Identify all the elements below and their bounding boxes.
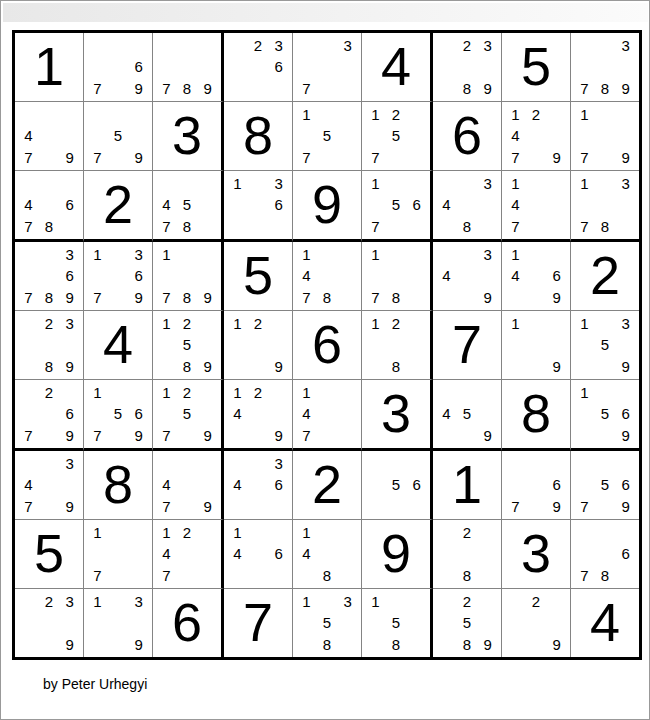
candidate-digit: 1 xyxy=(365,173,386,194)
candidate-digit: 4 xyxy=(296,265,317,286)
candidate-digit: 6 xyxy=(128,403,149,424)
cell-r9c3[interactable]: 6 xyxy=(153,589,224,657)
candidate-digit: 9 xyxy=(128,78,149,99)
cell-r3c3[interactable]: 4578 xyxy=(153,171,224,242)
candidate-digit: 6 xyxy=(59,403,80,424)
cell-r5c9[interactable]: 1359 xyxy=(571,311,639,380)
candidate-digit: 4 xyxy=(296,403,317,424)
candidate-digit: 6 xyxy=(59,194,80,215)
candidate-digit: 2 xyxy=(386,313,407,334)
candidate-digit: 8 xyxy=(595,565,616,586)
candidate-grid: 147 xyxy=(293,380,361,448)
candidate-digit: 8 xyxy=(386,634,407,655)
candidate-digit: 4 xyxy=(227,403,248,424)
candidate-grid: 56 xyxy=(362,451,430,519)
candidate-digit: 5 xyxy=(108,403,129,424)
solved-digit: 3 xyxy=(172,108,202,162)
candidate-digit: 9 xyxy=(197,425,218,446)
candidate-digit: 1 xyxy=(505,244,526,265)
candidate-digit: 8 xyxy=(386,356,407,377)
cell-r1c5[interactable]: 37 xyxy=(293,33,362,102)
cell-r8c6[interactable]: 9 xyxy=(362,520,433,589)
cell-r4c3[interactable]: 1789 xyxy=(153,242,224,311)
solved-digit: 8 xyxy=(103,457,133,511)
candidate-digit: 7 xyxy=(87,147,108,168)
candidate-digit: 8 xyxy=(457,78,478,99)
cell-r5c7[interactable]: 7 xyxy=(433,311,502,380)
candidate-digit: 3 xyxy=(268,173,289,194)
candidate-digit: 4 xyxy=(436,403,457,424)
candidate-grid: 12579 xyxy=(153,380,221,448)
cell-r7c9[interactable]: 5679 xyxy=(571,451,639,520)
cell-r1c6[interactable]: 4 xyxy=(362,33,433,102)
candidate-grid: 239 xyxy=(15,589,83,657)
candidate-digit: 7 xyxy=(18,287,39,308)
candidate-digit: 6 xyxy=(546,265,567,286)
candidate-digit: 8 xyxy=(595,78,616,99)
cell-r4c2[interactable]: 13679 xyxy=(84,242,153,311)
candidate-digit: 9 xyxy=(268,356,289,377)
candidate-digit: 9 xyxy=(197,78,218,99)
candidate-digit: 7 xyxy=(156,287,177,308)
cell-r8c5[interactable]: 148 xyxy=(293,520,362,589)
candidate-grid: 479 xyxy=(153,451,221,519)
candidate-digit: 5 xyxy=(386,474,407,495)
cell-r3c9[interactable]: 1378 xyxy=(571,171,639,242)
candidate-digit: 6 xyxy=(268,194,289,215)
candidate-digit: 7 xyxy=(18,216,39,237)
cell-r5c4[interactable]: 129 xyxy=(224,311,293,380)
candidate-digit: 8 xyxy=(595,216,616,237)
solved-digit: 4 xyxy=(103,317,133,371)
author-credit: by Peter Urhegyi xyxy=(43,676,147,692)
candidate-digit: 3 xyxy=(128,244,149,265)
cell-r6c3[interactable]: 12579 xyxy=(153,380,224,451)
candidate-digit: 4 xyxy=(227,543,248,564)
candidate-digit: 3 xyxy=(337,591,358,612)
candidate-grid: 17 xyxy=(84,520,152,588)
candidate-digit: 4 xyxy=(156,194,177,215)
candidate-digit: 7 xyxy=(18,425,39,446)
cell-r3c7[interactable]: 348 xyxy=(433,171,502,242)
candidate-digit: 3 xyxy=(59,591,80,612)
cell-r1c7[interactable]: 2389 xyxy=(433,33,502,102)
candidate-digit: 9 xyxy=(546,634,567,655)
cell-r2c4[interactable]: 8 xyxy=(224,102,293,171)
cell-r2c9[interactable]: 179 xyxy=(571,102,639,171)
candidate-digit: 9 xyxy=(128,287,149,308)
candidate-grid: 157 xyxy=(293,102,361,170)
candidate-grid: 158 xyxy=(362,589,430,657)
candidate-digit: 7 xyxy=(156,425,177,446)
candidate-digit: 8 xyxy=(177,287,198,308)
candidate-grid: 1478 xyxy=(293,242,361,310)
candidate-digit: 3 xyxy=(59,453,80,474)
candidate-digit: 7 xyxy=(505,496,526,517)
candidate-grid: 29 xyxy=(502,589,570,657)
candidate-digit: 6 xyxy=(128,265,149,286)
cell-r9c2[interactable]: 139 xyxy=(84,589,153,657)
candidate-digit: 3 xyxy=(128,591,149,612)
cell-r6c4[interactable]: 1249 xyxy=(224,380,293,451)
candidate-digit: 9 xyxy=(268,425,289,446)
candidate-digit: 9 xyxy=(546,147,567,168)
candidate-grid: 179 xyxy=(571,102,639,170)
candidate-grid: 12589 xyxy=(153,311,221,379)
cell-r5c8[interactable]: 19 xyxy=(502,311,571,380)
candidate-grid: 479 xyxy=(15,102,83,170)
candidate-digit: 1 xyxy=(227,313,248,334)
solved-digit: 5 xyxy=(521,39,551,93)
candidate-digit: 4 xyxy=(227,474,248,495)
candidate-digit: 7 xyxy=(87,78,108,99)
cell-r3c1[interactable]: 4678 xyxy=(15,171,84,242)
candidate-digit: 1 xyxy=(87,522,108,543)
cell-r1c3[interactable]: 789 xyxy=(153,33,224,102)
cell-r7c8[interactable]: 679 xyxy=(502,451,571,520)
candidate-grid: 1569 xyxy=(571,380,639,448)
candidate-digit: 8 xyxy=(457,565,478,586)
candidate-digit: 2 xyxy=(457,522,478,543)
cell-r2c5[interactable]: 157 xyxy=(293,102,362,171)
cell-r6c5[interactable]: 147 xyxy=(293,380,362,451)
cell-r9c7[interactable]: 2589 xyxy=(433,589,502,657)
candidate-digit: 6 xyxy=(268,474,289,495)
solved-digit: 5 xyxy=(34,526,64,580)
candidate-digit: 9 xyxy=(59,287,80,308)
cell-r2c8[interactable]: 12479 xyxy=(502,102,571,171)
candidate-digit: 6 xyxy=(268,543,289,564)
candidate-grid: 1469 xyxy=(502,242,570,310)
cell-r1c1[interactable]: 1 xyxy=(15,33,84,102)
candidate-grid: 148 xyxy=(293,520,361,588)
window-titlebar xyxy=(3,3,648,22)
cell-r2c6[interactable]: 1257 xyxy=(362,102,433,171)
candidate-digit: 2 xyxy=(177,382,198,403)
candidate-digit: 2 xyxy=(177,313,198,334)
cell-r6c7[interactable]: 459 xyxy=(433,380,502,451)
candidate-digit: 9 xyxy=(477,425,498,446)
cell-r1c4[interactable]: 236 xyxy=(224,33,293,102)
cell-r2c7[interactable]: 6 xyxy=(433,102,502,171)
candidate-grid: 12479 xyxy=(502,102,570,170)
cell-r9c4[interactable]: 7 xyxy=(224,589,293,657)
cell-r6c1[interactable]: 2679 xyxy=(15,380,84,451)
candidate-digit: 1 xyxy=(296,522,317,543)
candidate-grid: 2589 xyxy=(433,589,501,657)
candidate-digit: 1 xyxy=(574,104,595,125)
candidate-digit: 3 xyxy=(268,35,289,56)
candidate-digit: 2 xyxy=(248,313,269,334)
candidate-digit: 5 xyxy=(595,334,616,355)
cell-r5c6[interactable]: 128 xyxy=(362,311,433,380)
cell-r8c2[interactable]: 17 xyxy=(84,520,153,589)
cell-r4c6[interactable]: 178 xyxy=(362,242,433,311)
cell-r4c8[interactable]: 1469 xyxy=(502,242,571,311)
candidate-digit: 1 xyxy=(296,104,317,125)
candidate-digit: 9 xyxy=(615,425,636,446)
cell-r2c3[interactable]: 3 xyxy=(153,102,224,171)
candidate-grid: 349 xyxy=(433,242,501,310)
cell-r7c1[interactable]: 3479 xyxy=(15,451,84,520)
candidate-digit: 3 xyxy=(337,35,358,56)
candidate-digit: 2 xyxy=(39,313,60,334)
candidate-digit: 7 xyxy=(365,216,386,237)
candidate-digit: 9 xyxy=(59,147,80,168)
candidate-grid: 679 xyxy=(502,451,570,519)
candidate-digit: 3 xyxy=(59,244,80,265)
candidate-grid: 5679 xyxy=(571,451,639,519)
candidate-digit: 2 xyxy=(386,104,407,125)
solved-digit: 3 xyxy=(521,526,551,580)
candidate-digit: 8 xyxy=(317,287,338,308)
candidate-digit: 1 xyxy=(296,591,317,612)
candidate-digit: 9 xyxy=(59,496,80,517)
candidate-digit: 6 xyxy=(59,265,80,286)
candidate-grid: 1359 xyxy=(571,311,639,379)
candidate-digit: 3 xyxy=(477,35,498,56)
cell-r1c9[interactable]: 3789 xyxy=(571,33,639,102)
candidate-digit: 9 xyxy=(615,78,636,99)
candidate-digit: 5 xyxy=(317,612,338,633)
candidate-digit: 5 xyxy=(595,403,616,424)
candidate-grid: 236 xyxy=(224,33,292,101)
cell-r3c6[interactable]: 1567 xyxy=(362,171,433,242)
candidate-digit: 1 xyxy=(505,104,526,125)
candidate-digit: 7 xyxy=(296,78,317,99)
candidate-grid: 1378 xyxy=(571,171,639,239)
cell-r8c1[interactable]: 5 xyxy=(15,520,84,589)
candidate-digit: 9 xyxy=(546,287,567,308)
candidate-digit: 1 xyxy=(87,382,108,403)
candidate-digit: 4 xyxy=(18,125,39,146)
candidate-grid: 1789 xyxy=(153,242,221,310)
cell-r6c8[interactable]: 8 xyxy=(502,380,571,451)
candidate-digit: 7 xyxy=(87,565,108,586)
cell-r5c1[interactable]: 2389 xyxy=(15,311,84,380)
candidate-digit: 6 xyxy=(615,403,636,424)
candidate-digit: 5 xyxy=(177,334,198,355)
candidate-digit: 9 xyxy=(615,356,636,377)
candidate-digit: 8 xyxy=(457,634,478,655)
solved-digit: 1 xyxy=(452,457,482,511)
solved-digit: 7 xyxy=(243,595,273,649)
cell-r9c8[interactable]: 29 xyxy=(502,589,571,657)
solved-digit: 8 xyxy=(243,108,273,162)
candidate-digit: 1 xyxy=(296,244,317,265)
candidate-digit: 1 xyxy=(574,173,595,194)
candidate-digit: 4 xyxy=(18,474,39,495)
candidate-grid: 146 xyxy=(224,520,292,588)
candidate-digit: 6 xyxy=(268,56,289,77)
solved-digit: 6 xyxy=(452,108,482,162)
candidate-digit: 9 xyxy=(128,147,149,168)
candidate-digit: 7 xyxy=(574,147,595,168)
candidate-digit: 7 xyxy=(156,565,177,586)
cell-r6c6[interactable]: 3 xyxy=(362,380,433,451)
cell-r6c9[interactable]: 1569 xyxy=(571,380,639,451)
cell-r3c4[interactable]: 136 xyxy=(224,171,293,242)
candidate-digit: 2 xyxy=(177,522,198,543)
candidate-digit: 9 xyxy=(546,356,567,377)
candidate-digit: 6 xyxy=(128,56,149,77)
solved-digit: 4 xyxy=(381,39,411,93)
candidate-digit: 7 xyxy=(365,287,386,308)
candidate-digit: 3 xyxy=(615,313,636,334)
candidate-digit: 5 xyxy=(317,125,338,146)
candidate-digit: 5 xyxy=(386,125,407,146)
candidate-digit: 9 xyxy=(615,147,636,168)
candidate-digit: 9 xyxy=(59,634,80,655)
solved-digit: 2 xyxy=(590,248,620,302)
cell-r5c5[interactable]: 6 xyxy=(293,311,362,380)
candidate-digit: 7 xyxy=(156,78,177,99)
candidate-grid: 459 xyxy=(433,380,501,448)
candidate-digit: 7 xyxy=(574,565,595,586)
cell-r7c5[interactable]: 2 xyxy=(293,451,362,520)
cell-r7c4[interactable]: 346 xyxy=(224,451,293,520)
candidate-grid: 3479 xyxy=(15,451,83,519)
candidate-digit: 3 xyxy=(268,453,289,474)
candidate-grid: 28 xyxy=(433,520,501,588)
candidate-digit: 6 xyxy=(406,194,427,215)
candidate-grid: 2389 xyxy=(433,33,501,101)
candidate-digit: 1 xyxy=(365,104,386,125)
candidate-digit: 6 xyxy=(406,474,427,495)
cell-r4c5[interactable]: 1478 xyxy=(293,242,362,311)
candidate-digit: 2 xyxy=(248,382,269,403)
cell-r9c1[interactable]: 239 xyxy=(15,589,84,657)
candidate-grid: 348 xyxy=(433,171,501,239)
cell-r9c6[interactable]: 158 xyxy=(362,589,433,657)
candidate-digit: 7 xyxy=(574,216,595,237)
sudoku-board: 1679789236374238953789479579381571257612… xyxy=(12,30,642,660)
candidate-digit: 1 xyxy=(156,313,177,334)
candidate-digit: 8 xyxy=(177,78,198,99)
candidate-digit: 1 xyxy=(156,382,177,403)
candidate-digit: 1 xyxy=(505,173,526,194)
candidate-digit: 1 xyxy=(365,313,386,334)
cell-r3c5[interactable]: 9 xyxy=(293,171,362,242)
candidate-grid: 147 xyxy=(502,171,570,239)
candidate-digit: 8 xyxy=(317,634,338,655)
cell-r8c8[interactable]: 3 xyxy=(502,520,571,589)
solved-digit: 4 xyxy=(590,595,620,649)
candidate-digit: 7 xyxy=(574,78,595,99)
solved-digit: 2 xyxy=(103,177,133,231)
candidate-grid: 2679 xyxy=(15,380,83,448)
cell-r8c7[interactable]: 28 xyxy=(433,520,502,589)
solved-digit: 9 xyxy=(381,526,411,580)
candidate-grid: 1249 xyxy=(224,380,292,448)
solved-digit: 1 xyxy=(34,39,64,93)
candidate-digit: 4 xyxy=(436,265,457,286)
cell-r7c2[interactable]: 8 xyxy=(84,451,153,520)
solved-digit: 5 xyxy=(243,248,273,302)
candidate-digit: 1 xyxy=(87,244,108,265)
cell-r2c1[interactable]: 479 xyxy=(15,102,84,171)
candidate-digit: 6 xyxy=(546,474,567,495)
cell-r9c5[interactable]: 1358 xyxy=(293,589,362,657)
candidate-grid: 19 xyxy=(502,311,570,379)
cell-r6c2[interactable]: 15679 xyxy=(84,380,153,451)
candidate-digit: 2 xyxy=(39,382,60,403)
candidate-digit: 3 xyxy=(477,244,498,265)
candidate-digit: 1 xyxy=(574,313,595,334)
candidate-digit: 3 xyxy=(615,35,636,56)
cell-r8c9[interactable]: 678 xyxy=(571,520,639,589)
cell-r2c2[interactable]: 579 xyxy=(84,102,153,171)
candidate-grid: 4578 xyxy=(153,171,221,239)
candidate-digit: 6 xyxy=(615,543,636,564)
candidate-grid: 1567 xyxy=(362,171,430,239)
candidate-digit: 5 xyxy=(457,403,478,424)
cell-r9c9[interactable]: 4 xyxy=(571,589,639,657)
cell-r7c7[interactable]: 1 xyxy=(433,451,502,520)
candidate-digit: 8 xyxy=(386,287,407,308)
candidate-digit: 9 xyxy=(59,425,80,446)
candidate-digit: 7 xyxy=(505,147,526,168)
candidate-digit: 1 xyxy=(156,522,177,543)
candidate-digit: 1 xyxy=(156,244,177,265)
solved-digit: 2 xyxy=(312,457,342,511)
candidate-grid: 1257 xyxy=(362,102,430,170)
candidate-digit: 1 xyxy=(505,313,526,334)
candidate-digit: 4 xyxy=(436,194,457,215)
candidate-digit: 3 xyxy=(477,173,498,194)
cell-r3c8[interactable]: 147 xyxy=(502,171,571,242)
candidate-grid: 136 xyxy=(224,171,292,239)
candidate-grid: 1247 xyxy=(153,520,221,588)
candidate-digit: 2 xyxy=(526,591,547,612)
candidate-digit: 8 xyxy=(39,287,60,308)
candidate-grid: 4678 xyxy=(15,171,83,239)
cell-r4c1[interactable]: 36789 xyxy=(15,242,84,311)
candidate-digit: 4 xyxy=(156,474,177,495)
cell-r1c2[interactable]: 679 xyxy=(84,33,153,102)
candidate-digit: 7 xyxy=(18,147,39,168)
cell-r7c6[interactable]: 56 xyxy=(362,451,433,520)
candidate-digit: 4 xyxy=(296,543,317,564)
cell-r3c2[interactable]: 2 xyxy=(84,171,153,242)
cell-r1c8[interactable]: 5 xyxy=(502,33,571,102)
cell-r8c3[interactable]: 1247 xyxy=(153,520,224,589)
candidate-grid: 2389 xyxy=(15,311,83,379)
candidate-digit: 7 xyxy=(505,216,526,237)
candidate-digit: 4 xyxy=(156,543,177,564)
cell-r4c9[interactable]: 2 xyxy=(571,242,639,311)
cell-r5c2[interactable]: 4 xyxy=(84,311,153,380)
candidate-digit: 5 xyxy=(457,612,478,633)
candidate-digit: 8 xyxy=(177,356,198,377)
cell-r4c7[interactable]: 349 xyxy=(433,242,502,311)
cell-r8c4[interactable]: 146 xyxy=(224,520,293,589)
candidate-digit: 9 xyxy=(477,287,498,308)
candidate-grid: 679 xyxy=(84,33,152,101)
cell-r7c3[interactable]: 479 xyxy=(153,451,224,520)
cell-r4c4[interactable]: 5 xyxy=(224,242,293,311)
candidate-grid: 346 xyxy=(224,451,292,519)
candidate-digit: 1 xyxy=(365,244,386,265)
candidate-grid: 15679 xyxy=(84,380,152,448)
candidate-digit: 9 xyxy=(128,425,149,446)
candidate-grid: 13679 xyxy=(84,242,152,310)
candidate-digit: 9 xyxy=(128,634,149,655)
cell-r5c3[interactable]: 12589 xyxy=(153,311,224,380)
candidate-grid: 178 xyxy=(362,242,430,310)
candidate-digit: 5 xyxy=(177,194,198,215)
candidate-digit: 4 xyxy=(505,265,526,286)
